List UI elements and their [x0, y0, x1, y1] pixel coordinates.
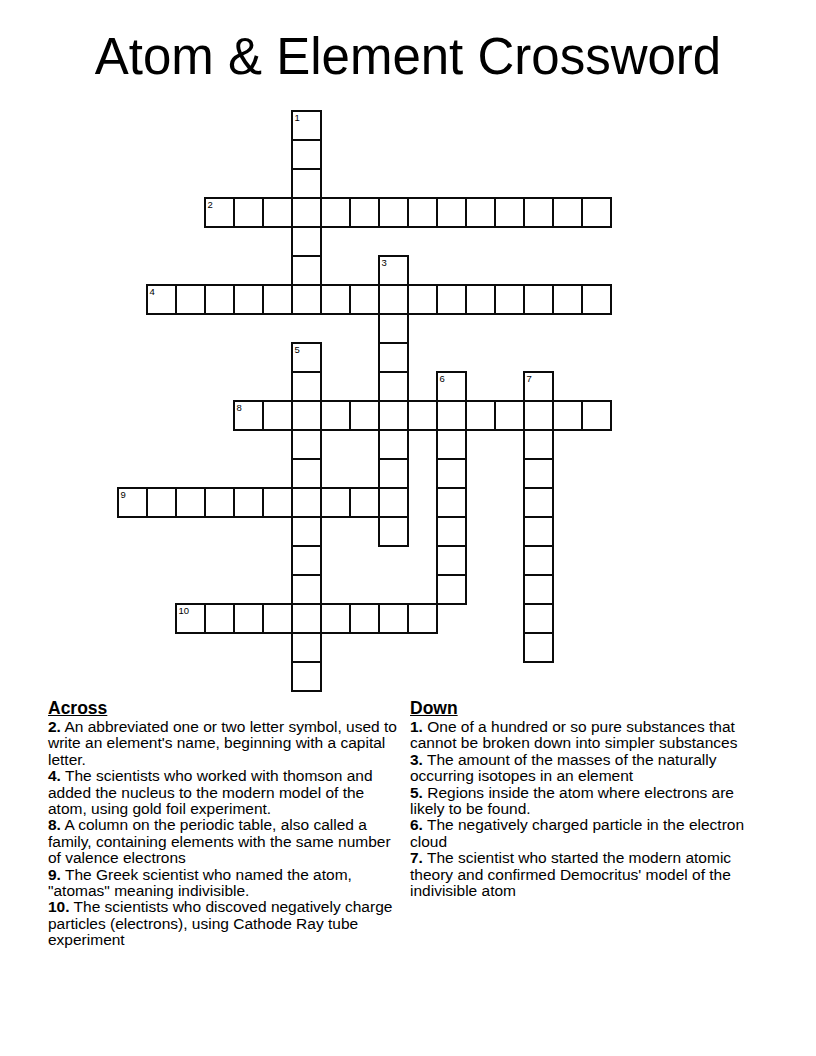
grid-cell[interactable]: [204, 603, 235, 634]
grid-cell[interactable]: [349, 197, 380, 228]
grid-cell[interactable]: [407, 284, 438, 315]
grid-cell[interactable]: [378, 371, 409, 402]
grid-cell[interactable]: [407, 197, 438, 228]
grid-cell[interactable]: [291, 487, 322, 518]
grid-cell[interactable]: [378, 603, 409, 634]
clue-down-6: 6. The negatively charged particle in th…: [410, 817, 762, 850]
grid-cell[interactable]: [146, 487, 177, 518]
grid-cell[interactable]: [262, 400, 293, 431]
cell-number: 8: [237, 403, 242, 413]
grid-cell[interactable]: [465, 197, 496, 228]
grid-cell[interactable]: 1: [291, 110, 322, 141]
grid-cell[interactable]: [523, 516, 554, 547]
grid-cell[interactable]: [523, 603, 554, 634]
clue-text: The Greek scientist who named the atom, …: [48, 866, 352, 899]
grid-cell[interactable]: [523, 400, 554, 431]
grid-cell[interactable]: [378, 313, 409, 344]
grid-cell[interactable]: [320, 284, 351, 315]
grid-cell[interactable]: [523, 458, 554, 489]
clue-number-label: 5.: [410, 784, 423, 801]
grid-cell[interactable]: [465, 284, 496, 315]
grid-cell[interactable]: [291, 458, 322, 489]
grid-cell[interactable]: [349, 487, 380, 518]
grid-cell[interactable]: 2: [204, 197, 235, 228]
clue-number-label: 6.: [410, 816, 423, 833]
down-clues-section: Down 1. One of a hundred or so pure subs…: [410, 699, 762, 899]
across-heading: Across: [48, 699, 400, 718]
grid-cell[interactable]: [204, 487, 235, 518]
grid-cell[interactable]: [378, 516, 409, 547]
grid-cell[interactable]: [262, 603, 293, 634]
grid-cell[interactable]: [262, 284, 293, 315]
grid-cell[interactable]: [581, 400, 612, 431]
clue-down-3: 3. The amount of the masses of the natur…: [410, 752, 762, 785]
grid-cell[interactable]: [204, 284, 235, 315]
grid-cell[interactable]: 7: [523, 371, 554, 402]
grid-cell[interactable]: [378, 342, 409, 373]
grid-cell[interactable]: [523, 429, 554, 460]
puzzle-title: Atom & Element Crossword: [0, 27, 816, 87]
grid-cell[interactable]: [291, 661, 322, 692]
clue-text: The scientists who worked with thomson a…: [48, 767, 373, 817]
clue-down-1: 1. One of a hundred or so pure substance…: [410, 719, 762, 752]
cell-number: 6: [440, 374, 445, 384]
grid-cell[interactable]: [320, 400, 351, 431]
grid-cell[interactable]: [233, 603, 264, 634]
grid-cell[interactable]: [407, 603, 438, 634]
clue-number-label: 2.: [48, 718, 61, 735]
grid-cell[interactable]: [378, 284, 409, 315]
cell-number: 5: [295, 345, 300, 355]
grid-cell[interactable]: [523, 284, 554, 315]
grid-cell[interactable]: [291, 284, 322, 315]
grid-cell[interactable]: 9: [117, 487, 148, 518]
clue-number-label: 9.: [48, 866, 61, 883]
clue-down-5: 5. Regions inside the atom where electro…: [410, 785, 762, 818]
grid-cell[interactable]: [291, 632, 322, 663]
grid-cell[interactable]: [291, 429, 322, 460]
grid-cell[interactable]: [291, 226, 322, 257]
grid-cell[interactable]: [175, 487, 206, 518]
clue-text: Regions inside the atom where electrons …: [410, 784, 734, 817]
cell-number: 9: [121, 490, 126, 500]
clue-across-10: 10. The scientists who discoved negative…: [48, 899, 400, 948]
grid-cell[interactable]: [581, 284, 612, 315]
grid-cell[interactable]: [291, 255, 322, 286]
grid-cell[interactable]: [378, 400, 409, 431]
grid-cell[interactable]: [494, 284, 525, 315]
grid-cell[interactable]: [291, 516, 322, 547]
grid-cell[interactable]: [465, 400, 496, 431]
grid-cell[interactable]: [552, 197, 583, 228]
down-heading: Down: [410, 699, 762, 718]
grid-cell[interactable]: [494, 197, 525, 228]
clue-text: The scientists who discoved negatively c…: [48, 898, 392, 948]
cell-number: 1: [295, 113, 300, 123]
grid-cell[interactable]: [291, 400, 322, 431]
grid-cell[interactable]: [436, 516, 467, 547]
grid-cell[interactable]: 10: [175, 603, 206, 634]
clue-across-4: 4. The scientists who worked with thomso…: [48, 768, 400, 817]
grid-cell[interactable]: [523, 545, 554, 576]
clue-number-label: 3.: [410, 751, 423, 768]
clue-across-2: 2. An abbreviated one or two letter symb…: [48, 719, 400, 768]
grid-cell[interactable]: [262, 487, 293, 518]
worksheet-page: { "title": "Atom & Element Crossword", "…: [0, 0, 816, 1056]
clue-across-8: 8. A column on the periodic table, also …: [48, 817, 400, 866]
clue-text: The amount of the masses of the naturall…: [410, 751, 716, 784]
clue-number-label: 1.: [410, 718, 423, 735]
clue-number-label: 8.: [48, 816, 61, 833]
clue-down-7: 7. The scientist who started the modern …: [410, 850, 762, 899]
grid-cell[interactable]: [291, 139, 322, 170]
grid-cell[interactable]: [175, 284, 206, 315]
grid-cell[interactable]: [436, 429, 467, 460]
grid-cell[interactable]: [436, 574, 467, 605]
cell-number: 4: [150, 287, 155, 297]
grid-cell[interactable]: [494, 400, 525, 431]
grid-cell[interactable]: [436, 458, 467, 489]
grid-cell[interactable]: 3: [378, 255, 409, 286]
grid-cell[interactable]: [291, 574, 322, 605]
clue-text: One of a hundred or so pure substances t…: [410, 718, 737, 751]
clue-number-label: 10.: [48, 898, 70, 915]
clue-text: An abbreviated one or two letter symbol,…: [48, 718, 397, 768]
grid-cell[interactable]: [436, 487, 467, 518]
clue-text: A column on the periodic table, also cal…: [48, 816, 391, 866]
grid-cell[interactable]: [349, 284, 380, 315]
grid-cell[interactable]: [349, 400, 380, 431]
grid-cell[interactable]: [436, 284, 467, 315]
grid-cell[interactable]: [581, 197, 612, 228]
grid-cell[interactable]: [320, 487, 351, 518]
grid-cell[interactable]: [291, 168, 322, 199]
grid-cell[interactable]: [378, 458, 409, 489]
grid-cell[interactable]: [378, 487, 409, 518]
cell-number: 2: [208, 200, 213, 210]
clue-number-label: 7.: [410, 849, 423, 866]
grid-cell[interactable]: [233, 487, 264, 518]
grid-cell[interactable]: [349, 603, 380, 634]
cell-number: 3: [382, 258, 387, 268]
clue-text: The negatively charged particle in the e…: [410, 816, 744, 849]
cell-number: 10: [179, 606, 190, 616]
grid-cell[interactable]: [523, 487, 554, 518]
clue-text: The scientist who started the modern ato…: [410, 849, 731, 899]
clue-across-9: 9. The Greek scientist who named the ato…: [48, 867, 400, 900]
grid-cell[interactable]: 6: [436, 371, 467, 402]
grid-cell[interactable]: [436, 197, 467, 228]
cell-number: 7: [527, 374, 532, 384]
grid-cell[interactable]: [552, 400, 583, 431]
grid-cell[interactable]: [552, 284, 583, 315]
grid-cell[interactable]: 8: [233, 400, 264, 431]
across-clues-section: Across 2. An abbreviated one or two lett…: [48, 699, 400, 949]
grid-cell[interactable]: [291, 603, 322, 634]
grid-cell[interactable]: 5: [291, 342, 322, 373]
grid-cell[interactable]: [320, 603, 351, 634]
grid-cell[interactable]: [407, 400, 438, 431]
grid-cell[interactable]: [523, 632, 554, 663]
grid-cell[interactable]: [436, 400, 467, 431]
grid-cell[interactable]: [320, 197, 351, 228]
grid-cell[interactable]: [291, 197, 322, 228]
grid-cell[interactable]: [233, 197, 264, 228]
grid-cell[interactable]: [233, 284, 264, 315]
grid-cell[interactable]: [291, 545, 322, 576]
grid-cell[interactable]: 4: [146, 284, 177, 315]
grid-cell[interactable]: [378, 197, 409, 228]
grid-cell[interactable]: [436, 545, 467, 576]
grid-cell[interactable]: [523, 197, 554, 228]
grid-cell[interactable]: [523, 574, 554, 605]
grid-cell[interactable]: [378, 429, 409, 460]
clue-number-label: 4.: [48, 767, 61, 784]
grid-cell[interactable]: [262, 197, 293, 228]
grid-cell[interactable]: [291, 371, 322, 402]
